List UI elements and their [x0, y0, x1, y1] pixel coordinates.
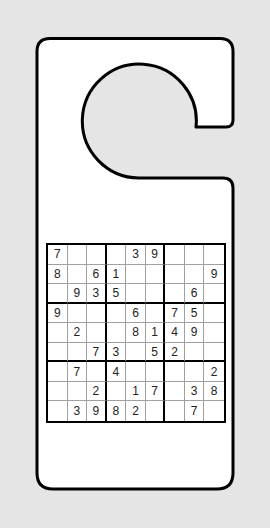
sudoku-cell-r7c4[interactable]: 4 [107, 362, 127, 382]
sudoku-cell-r5c3[interactable] [87, 323, 107, 343]
sudoku-cell-r1c3[interactable] [87, 245, 107, 265]
sudoku-cell-r6c8[interactable] [185, 343, 205, 363]
sudoku-cell-r1c9[interactable] [204, 245, 224, 265]
sudoku-cell-r6c1[interactable] [48, 343, 68, 363]
sudoku-cell-r2c7[interactable] [165, 265, 185, 285]
sudoku-cell-r9c4[interactable]: 8 [107, 401, 127, 421]
sudoku-cell-r3c7[interactable] [165, 284, 185, 304]
sudoku-cell-r8c6[interactable]: 7 [146, 382, 166, 402]
sudoku-cell-r4c8[interactable]: 5 [185, 304, 205, 324]
sudoku-cell-r7c8[interactable] [185, 362, 205, 382]
sudoku-cell-r1c7[interactable] [165, 245, 185, 265]
sudoku-cell-r6c7[interactable]: 2 [165, 343, 185, 363]
sudoku-cell-r4c4[interactable] [107, 304, 127, 324]
sudoku-cell-r4c2[interactable] [68, 304, 88, 324]
sudoku-cell-r9c2[interactable]: 3 [68, 401, 88, 421]
sudoku-cell-r3c9[interactable] [204, 284, 224, 304]
sudoku-cell-r7c7[interactable] [165, 362, 185, 382]
sudoku-cell-r7c5[interactable] [126, 362, 146, 382]
sudoku-cell-r3c6[interactable] [146, 284, 166, 304]
sudoku-cell-r3c8[interactable]: 6 [185, 284, 205, 304]
sudoku-cell-r7c3[interactable] [87, 362, 107, 382]
sudoku-board: 7398619935696752814973527422173839827 [46, 243, 226, 423]
sudoku-cell-r9c9[interactable] [204, 401, 224, 421]
sudoku-cell-r1c6[interactable]: 9 [146, 245, 166, 265]
sudoku-cell-r4c9[interactable] [204, 304, 224, 324]
sudoku-cell-r2c6[interactable] [146, 265, 166, 285]
sudoku-cell-r8c8[interactable]: 3 [185, 382, 205, 402]
sudoku-cell-r2c2[interactable] [68, 265, 88, 285]
page-background: 7398619935696752814973527422173839827 [0, 0, 270, 528]
sudoku-cell-r6c6[interactable]: 5 [146, 343, 166, 363]
sudoku-cell-r8c2[interactable] [68, 382, 88, 402]
sudoku-cell-r4c7[interactable]: 7 [165, 304, 185, 324]
sudoku-cell-r9c8[interactable]: 7 [185, 401, 205, 421]
sudoku-cell-r9c6[interactable] [146, 401, 166, 421]
sudoku-cell-r5c7[interactable]: 4 [165, 323, 185, 343]
sudoku-cell-r1c5[interactable]: 3 [126, 245, 146, 265]
sudoku-cell-r6c3[interactable]: 7 [87, 343, 107, 363]
sudoku-cell-r1c2[interactable] [68, 245, 88, 265]
sudoku-cell-r4c1[interactable]: 9 [48, 304, 68, 324]
sudoku-cell-r7c1[interactable] [48, 362, 68, 382]
sudoku-cell-r3c1[interactable] [48, 284, 68, 304]
sudoku-cell-r5c1[interactable] [48, 323, 68, 343]
sudoku-cell-r4c6[interactable] [146, 304, 166, 324]
sudoku-cell-r2c5[interactable] [126, 265, 146, 285]
sudoku-cell-r5c9[interactable] [204, 323, 224, 343]
sudoku-cell-r6c2[interactable] [68, 343, 88, 363]
sudoku-cell-r5c4[interactable] [107, 323, 127, 343]
sudoku-cell-r3c2[interactable]: 9 [68, 284, 88, 304]
sudoku-cell-r8c3[interactable]: 2 [87, 382, 107, 402]
sudoku-cell-r8c9[interactable]: 8 [204, 382, 224, 402]
sudoku-cell-r8c7[interactable] [165, 382, 185, 402]
sudoku-cell-r6c5[interactable] [126, 343, 146, 363]
sudoku-cell-r5c2[interactable]: 2 [68, 323, 88, 343]
sudoku-cell-r1c8[interactable] [185, 245, 205, 265]
sudoku-cell-r6c9[interactable] [204, 343, 224, 363]
sudoku-cell-r7c6[interactable] [146, 362, 166, 382]
sudoku-cell-r9c7[interactable] [165, 401, 185, 421]
sudoku-cell-r2c4[interactable]: 1 [107, 265, 127, 285]
sudoku-cell-r3c5[interactable] [126, 284, 146, 304]
sudoku-cell-r7c9[interactable]: 2 [204, 362, 224, 382]
sudoku-cell-r2c9[interactable]: 9 [204, 265, 224, 285]
sudoku-cell-r5c6[interactable]: 1 [146, 323, 166, 343]
sudoku-cell-r8c5[interactable]: 1 [126, 382, 146, 402]
sudoku-cell-r5c8[interactable]: 9 [185, 323, 205, 343]
sudoku-cell-r9c1[interactable] [48, 401, 68, 421]
sudoku-cell-r3c4[interactable]: 5 [107, 284, 127, 304]
sudoku-cell-r9c5[interactable]: 2 [126, 401, 146, 421]
sudoku-cell-r3c3[interactable]: 3 [87, 284, 107, 304]
sudoku-cell-r2c3[interactable]: 6 [87, 265, 107, 285]
sudoku-cell-r6c4[interactable]: 3 [107, 343, 127, 363]
sudoku-cell-r4c3[interactable] [87, 304, 107, 324]
sudoku-cell-r1c1[interactable]: 7 [48, 245, 68, 265]
sudoku-cell-r9c3[interactable]: 9 [87, 401, 107, 421]
sudoku-cell-r2c8[interactable] [185, 265, 205, 285]
sudoku-cell-r4c5[interactable]: 6 [126, 304, 146, 324]
sudoku-cell-r7c2[interactable]: 7 [68, 362, 88, 382]
sudoku-cell-r2c1[interactable]: 8 [48, 265, 68, 285]
sudoku-cell-r1c4[interactable] [107, 245, 127, 265]
sudoku-cell-r8c1[interactable] [48, 382, 68, 402]
sudoku-cell-r8c4[interactable] [107, 382, 127, 402]
sudoku-cell-r5c5[interactable]: 8 [126, 323, 146, 343]
